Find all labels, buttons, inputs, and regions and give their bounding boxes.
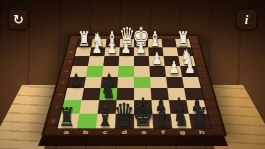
- chess-app-screen: abcdefgh 12345678 ♜♞♝♛♚♝♜♟♟♟♟♟♞♟♟♟♟♞♟♟♟♟…: [0, 0, 265, 149]
- chess-piece-white-rook[interactable]: ♜: [77, 29, 90, 49]
- chess-piece-white-pawn[interactable]: ♟: [152, 51, 162, 67]
- chess-piece-white-bishop[interactable]: ♝: [148, 29, 161, 49]
- chess-piece-black-rook[interactable]: ♜: [192, 104, 209, 130]
- reset-icon: ↻: [13, 12, 24, 27]
- chess-piece-black-pawn[interactable]: ♟: [70, 72, 81, 89]
- chess-piece-white-pawn[interactable]: ♟: [121, 42, 131, 57]
- info-button[interactable]: i: [236, 9, 257, 30]
- chess-piece-black-bishop[interactable]: ♝: [97, 104, 114, 130]
- chess-piece-black-bishop[interactable]: ♝: [154, 104, 171, 130]
- chess-piece-white-pawn[interactable]: ♟: [136, 42, 146, 57]
- chess-piece-white-pawn[interactable]: ♟: [168, 61, 179, 78]
- chess-piece-white-pawn[interactable]: ♟: [184, 61, 195, 78]
- chess-piece-black-knight[interactable]: ♞: [174, 106, 189, 130]
- info-icon: i: [245, 12, 249, 28]
- chess-piece-white-pawn[interactable]: ♟: [92, 42, 102, 57]
- chess-piece-black-rook[interactable]: ♜: [59, 104, 76, 130]
- reset-button[interactable]: ↻: [8, 9, 29, 30]
- chess-piece-black-king[interactable]: ♚: [132, 97, 154, 131]
- chess-piece-white-pawn[interactable]: ♟: [107, 42, 117, 57]
- pieces-layer: ♜♞♝♛♚♝♜♟♟♟♟♟♞♟♟♟♟♞♟♟♟♟♜♝♛♚♝♞♜: [0, 0, 265, 149]
